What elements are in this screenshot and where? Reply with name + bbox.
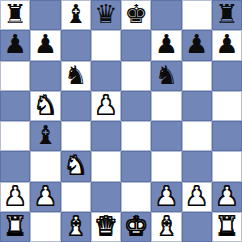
square-h5[interactable] [212, 91, 242, 121]
square-f1[interactable]: ♝ [151, 212, 181, 242]
square-g7[interactable]: ♟ [182, 30, 212, 60]
black-rook-icon: ♜ [215, 1, 238, 29]
square-c6[interactable]: ♞ [61, 61, 91, 91]
square-e7[interactable] [121, 30, 151, 60]
square-e5[interactable] [121, 91, 151, 121]
square-b3[interactable] [30, 151, 60, 181]
square-h1[interactable]: ♜ [212, 212, 242, 242]
square-a3[interactable] [0, 151, 30, 181]
square-f2[interactable]: ♟ [151, 182, 181, 212]
black-bishop-icon: ♝ [64, 1, 87, 29]
square-a5[interactable] [0, 91, 30, 121]
black-queen-icon: ♛ [94, 1, 117, 29]
square-h8[interactable]: ♜ [212, 0, 242, 30]
black-pawn-icon: ♟ [215, 31, 238, 59]
white-pawn-icon: ♟ [185, 183, 208, 211]
square-e8[interactable]: ♚ [121, 0, 151, 30]
square-d2[interactable] [91, 182, 121, 212]
square-f8[interactable] [151, 0, 181, 30]
square-a4[interactable] [0, 121, 30, 151]
white-pawn-icon: ♟ [215, 183, 238, 211]
square-e6[interactable] [121, 61, 151, 91]
square-h7[interactable]: ♟ [212, 30, 242, 60]
white-king-icon: ♚ [124, 213, 147, 241]
square-d8[interactable]: ♛ [91, 0, 121, 30]
black-knight-icon: ♞ [64, 62, 87, 90]
square-g8[interactable] [182, 0, 212, 30]
white-pawn-icon: ♟ [3, 183, 26, 211]
square-d5[interactable]: ♟ [91, 91, 121, 121]
white-rook-icon: ♜ [215, 213, 238, 241]
white-bishop-icon: ♝ [155, 213, 178, 241]
square-e4[interactable] [121, 121, 151, 151]
square-f3[interactable] [151, 151, 181, 181]
square-g4[interactable] [182, 121, 212, 151]
black-rook-icon: ♜ [3, 1, 26, 29]
square-a1[interactable]: ♜ [0, 212, 30, 242]
square-e3[interactable] [121, 151, 151, 181]
square-b2[interactable]: ♟ [30, 182, 60, 212]
black-pawn-icon: ♟ [34, 31, 57, 59]
white-pawn-icon: ♟ [155, 183, 178, 211]
white-knight-icon: ♞ [34, 92, 57, 120]
square-f7[interactable]: ♟ [151, 30, 181, 60]
square-b4[interactable]: ♝ [30, 121, 60, 151]
square-d7[interactable] [91, 30, 121, 60]
square-g3[interactable] [182, 151, 212, 181]
square-f4[interactable] [151, 121, 181, 151]
square-c3[interactable]: ♞ [61, 151, 91, 181]
square-a6[interactable] [0, 61, 30, 91]
white-queen-icon: ♛ [94, 213, 117, 241]
square-d1[interactable]: ♛ [91, 212, 121, 242]
square-f6[interactable]: ♞ [151, 61, 181, 91]
square-d4[interactable] [91, 121, 121, 151]
square-a8[interactable]: ♜ [0, 0, 30, 30]
square-h3[interactable] [212, 151, 242, 181]
white-knight-icon: ♞ [64, 152, 87, 180]
square-c8[interactable]: ♝ [61, 0, 91, 30]
square-d6[interactable] [91, 61, 121, 91]
square-g2[interactable]: ♟ [182, 182, 212, 212]
square-c4[interactable] [61, 121, 91, 151]
square-h6[interactable] [212, 61, 242, 91]
square-g5[interactable] [182, 91, 212, 121]
white-rook-icon: ♜ [3, 213, 26, 241]
square-a2[interactable]: ♟ [0, 182, 30, 212]
white-bishop-icon: ♝ [64, 213, 87, 241]
square-h2[interactable]: ♟ [212, 182, 242, 212]
square-c5[interactable] [61, 91, 91, 121]
square-b7[interactable]: ♟ [30, 30, 60, 60]
square-e2[interactable] [121, 182, 151, 212]
square-a7[interactable]: ♟ [0, 30, 30, 60]
black-bishop-icon: ♝ [34, 122, 57, 150]
black-pawn-icon: ♟ [155, 31, 178, 59]
black-king-icon: ♚ [124, 1, 147, 29]
square-c1[interactable]: ♝ [61, 212, 91, 242]
square-c2[interactable] [61, 182, 91, 212]
square-b5[interactable]: ♞ [30, 91, 60, 121]
square-d3[interactable] [91, 151, 121, 181]
square-h4[interactable] [212, 121, 242, 151]
square-g6[interactable] [182, 61, 212, 91]
square-b6[interactable] [30, 61, 60, 91]
square-c7[interactable] [61, 30, 91, 60]
white-pawn-icon: ♟ [94, 92, 117, 120]
square-e1[interactable]: ♚ [121, 212, 151, 242]
square-g1[interactable] [182, 212, 212, 242]
square-b1[interactable] [30, 212, 60, 242]
square-f5[interactable] [151, 91, 181, 121]
chess-board: ♜♝♛♚♜♟♟♟♟♟♞♞♞♟♝♞♟♟♟♟♟♜♝♛♚♝♜ [0, 0, 242, 242]
square-b8[interactable] [30, 0, 60, 30]
black-knight-icon: ♞ [155, 62, 178, 90]
white-pawn-icon: ♟ [34, 183, 57, 211]
black-pawn-icon: ♟ [185, 31, 208, 59]
black-pawn-icon: ♟ [3, 31, 26, 59]
